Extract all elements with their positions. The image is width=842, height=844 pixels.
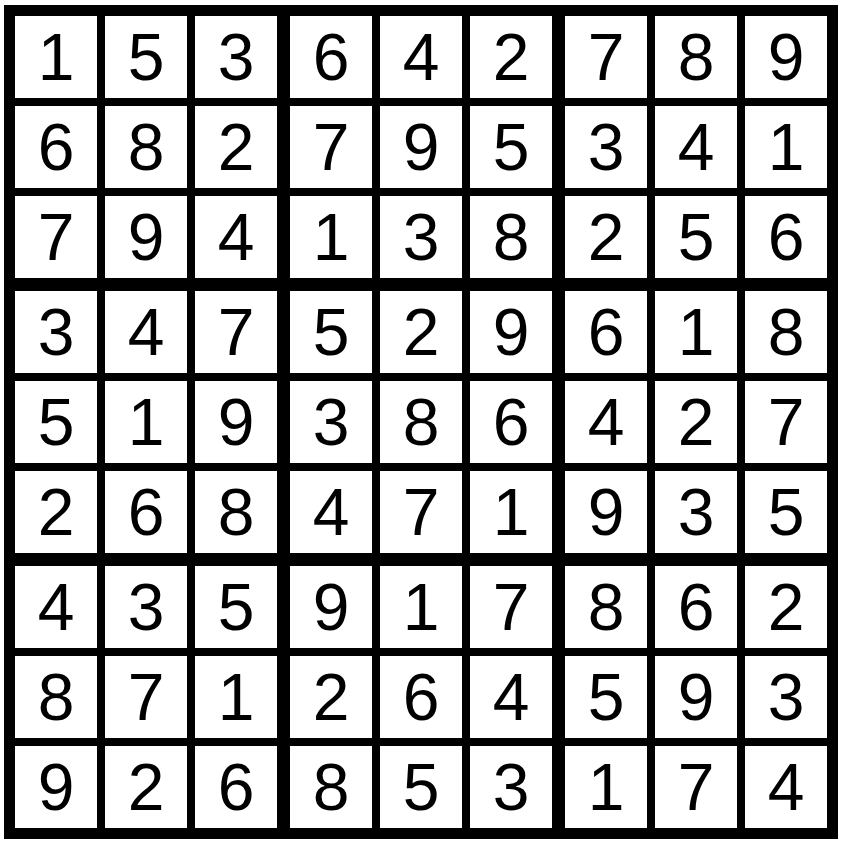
sudoku-board: 1536827946427951387893412563475192685293…	[4, 5, 838, 839]
sudoku-cell-r4c2: 4	[105, 291, 187, 373]
sudoku-cell-r5c4: 3	[290, 381, 372, 463]
sudoku-cell-r6c5: 7	[380, 471, 462, 553]
sudoku-cell-r3c1: 7	[15, 196, 97, 278]
sudoku-cell-r9c7: 1	[565, 746, 647, 828]
sudoku-cell-r4c1: 3	[15, 291, 97, 373]
sudoku-cell-r3c4: 1	[290, 196, 372, 278]
sudoku-box-1: 153682794	[15, 16, 277, 278]
sudoku-cell-r9c5: 5	[380, 746, 462, 828]
sudoku-cell-r9c1: 9	[15, 746, 97, 828]
sudoku-cell-r4c5: 2	[380, 291, 462, 373]
sudoku-cell-r8c4: 2	[290, 656, 372, 738]
sudoku-cell-r8c1: 8	[15, 656, 97, 738]
sudoku-cell-r1c9: 9	[745, 16, 827, 98]
sudoku-cell-r4c9: 8	[745, 291, 827, 373]
sudoku-cell-r2c5: 9	[380, 106, 462, 188]
sudoku-cell-r2c6: 5	[470, 106, 552, 188]
sudoku-cell-r1c4: 6	[290, 16, 372, 98]
sudoku-cell-r2c2: 8	[105, 106, 187, 188]
sudoku-cell-r8c9: 3	[745, 656, 827, 738]
sudoku-cell-r3c7: 2	[565, 196, 647, 278]
sudoku-cell-r8c3: 1	[195, 656, 277, 738]
sudoku-cell-r6c9: 5	[745, 471, 827, 553]
sudoku-cell-r5c5: 8	[380, 381, 462, 463]
sudoku-cell-r2c8: 4	[655, 106, 737, 188]
sudoku-cell-r7c9: 2	[745, 566, 827, 648]
sudoku-cell-r8c7: 5	[565, 656, 647, 738]
sudoku-cell-r4c4: 5	[290, 291, 372, 373]
sudoku-cell-r5c9: 7	[745, 381, 827, 463]
sudoku-cell-r3c8: 5	[655, 196, 737, 278]
sudoku-cell-r8c2: 7	[105, 656, 187, 738]
sudoku-cell-r5c6: 6	[470, 381, 552, 463]
sudoku-cell-r9c3: 6	[195, 746, 277, 828]
sudoku-box-7: 435871926	[15, 566, 277, 828]
sudoku-box-4: 347519268	[15, 291, 277, 553]
sudoku-box-8: 917264853	[290, 566, 552, 828]
sudoku-box-6: 618427935	[565, 291, 827, 553]
sudoku-cell-r3c6: 8	[470, 196, 552, 278]
sudoku-cell-r7c4: 9	[290, 566, 372, 648]
sudoku-cell-r7c5: 1	[380, 566, 462, 648]
sudoku-cell-r9c8: 7	[655, 746, 737, 828]
sudoku-cell-r2c1: 6	[15, 106, 97, 188]
sudoku-box-3: 789341256	[565, 16, 827, 278]
sudoku-box-5: 529386471	[290, 291, 552, 553]
sudoku-cell-r2c9: 1	[745, 106, 827, 188]
sudoku-cell-r7c3: 5	[195, 566, 277, 648]
sudoku-cell-r7c6: 7	[470, 566, 552, 648]
sudoku-cell-r8c5: 6	[380, 656, 462, 738]
sudoku-cell-r1c1: 1	[15, 16, 97, 98]
sudoku-cell-r9c4: 8	[290, 746, 372, 828]
sudoku-cell-r4c8: 1	[655, 291, 737, 373]
sudoku-cell-r6c2: 6	[105, 471, 187, 553]
sudoku-cell-r8c6: 4	[470, 656, 552, 738]
sudoku-cell-r6c6: 1	[470, 471, 552, 553]
sudoku-box-2: 642795138	[290, 16, 552, 278]
sudoku-cell-r5c8: 2	[655, 381, 737, 463]
sudoku-cell-r7c2: 3	[105, 566, 187, 648]
sudoku-cell-r7c1: 4	[15, 566, 97, 648]
sudoku-cell-r1c5: 4	[380, 16, 462, 98]
sudoku-cell-r5c2: 1	[105, 381, 187, 463]
sudoku-cell-r7c8: 6	[655, 566, 737, 648]
sudoku-cell-r9c2: 2	[105, 746, 187, 828]
sudoku-cell-r8c8: 9	[655, 656, 737, 738]
sudoku-cell-r4c7: 6	[565, 291, 647, 373]
sudoku-cell-r6c1: 2	[15, 471, 97, 553]
sudoku-cell-r7c7: 8	[565, 566, 647, 648]
sudoku-cell-r5c1: 5	[15, 381, 97, 463]
sudoku-cell-r1c3: 3	[195, 16, 277, 98]
sudoku-cell-r9c9: 4	[745, 746, 827, 828]
sudoku-cell-r6c7: 9	[565, 471, 647, 553]
sudoku-cell-r5c3: 9	[195, 381, 277, 463]
sudoku-cell-r6c4: 4	[290, 471, 372, 553]
sudoku-cell-r4c6: 9	[470, 291, 552, 373]
sudoku-cell-r3c2: 9	[105, 196, 187, 278]
sudoku-cell-r3c3: 4	[195, 196, 277, 278]
sudoku-cell-r2c7: 3	[565, 106, 647, 188]
sudoku-cell-r1c8: 8	[655, 16, 737, 98]
page: 1536827946427951387893412563475192685293…	[0, 0, 842, 844]
sudoku-cell-r1c2: 5	[105, 16, 187, 98]
sudoku-cell-r3c5: 3	[380, 196, 462, 278]
sudoku-cell-r5c7: 4	[565, 381, 647, 463]
sudoku-cell-r1c6: 2	[470, 16, 552, 98]
sudoku-cell-r6c3: 8	[195, 471, 277, 553]
sudoku-cell-r1c7: 7	[565, 16, 647, 98]
sudoku-cell-r2c3: 2	[195, 106, 277, 188]
sudoku-cell-r6c8: 3	[655, 471, 737, 553]
sudoku-cell-r3c9: 6	[745, 196, 827, 278]
sudoku-cell-r2c4: 7	[290, 106, 372, 188]
sudoku-box-9: 862593174	[565, 566, 827, 828]
sudoku-cell-r4c3: 7	[195, 291, 277, 373]
sudoku-cell-r9c6: 3	[470, 746, 552, 828]
